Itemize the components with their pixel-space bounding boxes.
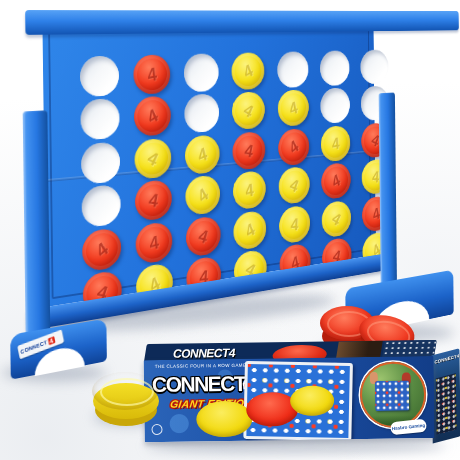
yellow-disc: 4 (232, 52, 265, 90)
yellow-disc: 4 (234, 210, 267, 251)
cell-r1c7[interactable] (355, 48, 394, 86)
yellow-disc: 4 (278, 166, 309, 205)
red-disc: 4 (321, 162, 351, 200)
disc-number-emboss: 4 (274, 86, 312, 131)
leg-label-connect: CONNECT (20, 339, 48, 355)
disc-number-emboss: 4 (274, 163, 314, 208)
cell-r4c1[interactable] (73, 182, 128, 231)
cell-r3c3[interactable]: 4 (178, 132, 227, 177)
cell-r4c6[interactable]: 4 (315, 160, 356, 202)
cell-r2c6[interactable] (314, 86, 355, 126)
cell-r2c4[interactable]: 4 (226, 90, 272, 132)
disc-number-emboss: 4 (132, 179, 174, 222)
disc-number-emboss: 4 (128, 132, 177, 184)
cell-r4c3[interactable]: 4 (178, 172, 227, 218)
cell-r1c3[interactable] (177, 51, 226, 94)
yellow-disc: 4 (279, 204, 310, 244)
empty-hole (79, 55, 118, 96)
cell-r5c3[interactable]: 4 (179, 213, 228, 260)
yellow-disc-top (92, 372, 158, 410)
box-front-face: THE CLASSIC FOUR IN A ROW GAME CONNECT4 … (144, 356, 435, 442)
cell-r3c5[interactable]: 4 (272, 126, 316, 168)
empty-hole (81, 184, 120, 228)
disc-number-emboss: 4 (181, 130, 223, 179)
leg-label: CONNECT4 (17, 329, 64, 359)
disc-number-emboss: 4 (278, 206, 311, 243)
cell-r4c5[interactable]: 4 (272, 164, 316, 207)
yellow-disc: 4 (185, 134, 220, 175)
cell-r1c6[interactable] (314, 49, 355, 88)
box-top-photo (336, 341, 383, 359)
empty-hole (320, 88, 350, 125)
yellow-disc-stack (92, 372, 160, 428)
disc-number-emboss: 4 (131, 52, 173, 97)
disc-number-emboss: 4 (227, 86, 271, 136)
logo-connect-text: CONNECT (152, 372, 246, 396)
yellow-disc: 4 (134, 138, 171, 180)
cell-r5c5[interactable]: 4 (273, 202, 317, 246)
cell-r3c1[interactable] (73, 139, 128, 187)
yellow-disc: 4 (185, 175, 220, 216)
yellow-disc: 4 (233, 170, 266, 210)
cell-r1c1[interactable] (72, 54, 127, 99)
box-end-board-art (436, 373, 457, 434)
cell-r1c4[interactable]: 4 (225, 50, 271, 91)
cell-r4c2[interactable]: 4 (127, 177, 179, 225)
red-disc: 4 (233, 131, 266, 170)
disc-number-emboss: 4 (230, 129, 268, 171)
yellow-disc: 4 (277, 89, 308, 127)
red-disc: 4 (82, 227, 121, 272)
empty-hole (320, 50, 350, 86)
red-disc: 4 (278, 128, 309, 166)
empty-hole (81, 141, 120, 184)
cell-r2c3[interactable] (177, 92, 226, 136)
board-right-post (379, 92, 397, 304)
red-disc: 4 (135, 221, 172, 265)
red-disc: 4 (133, 54, 170, 94)
cell-r3c2[interactable]: 4 (127, 136, 179, 182)
cell-r4c4[interactable]: 4 (227, 168, 273, 213)
empty-hole (184, 53, 219, 92)
yellow-disc: 4 (232, 91, 265, 130)
cell-r2c1[interactable] (72, 96, 127, 143)
yellow-disc: 4 (321, 125, 351, 162)
board-top-bar (25, 10, 459, 35)
board-left-post (23, 110, 51, 336)
cell-r2c2[interactable]: 4 (126, 94, 178, 139)
empty-hole (80, 98, 119, 140)
cell-r5c2[interactable]: 4 (128, 218, 179, 267)
cell-r5c6[interactable]: 4 (316, 197, 357, 240)
empty-hole (184, 94, 219, 134)
disc-number-emboss: 4 (134, 219, 174, 266)
cell-r2c5[interactable]: 4 (271, 88, 315, 129)
cell-r3c6[interactable]: 4 (315, 123, 356, 164)
disc-number-emboss: 4 (320, 124, 352, 164)
photo-mini-board (375, 380, 409, 410)
cell-r5c4[interactable]: 4 (227, 207, 273, 253)
red-disc: 4 (186, 215, 221, 257)
empty-hole (277, 51, 308, 88)
disc-number-emboss: 4 (227, 46, 270, 96)
red-disc: 4 (134, 96, 171, 137)
box-top-board-art (382, 340, 437, 358)
box-end-face: CONNECT4 (432, 348, 460, 443)
leg-label-four: 4 (47, 336, 55, 345)
cell-r3c4[interactable]: 4 (226, 129, 272, 173)
box-lifestyle-photo (360, 361, 427, 428)
disc-number-emboss: 4 (181, 213, 225, 260)
yellow-disc: 4 (322, 200, 352, 239)
cell-r1c2[interactable]: 4 (126, 52, 178, 96)
empty-hole (360, 49, 388, 84)
game-box: CONNECT4 CONNECT4 THE CLASSIC FOUR IN A … (135, 328, 460, 457)
product-photo-scene: CONNECT4 4444444444444444444444444444444… (0, 0, 460, 460)
red-disc: 4 (135, 179, 172, 222)
hasbro-gaming-logo: Hasbro Gaming (390, 419, 427, 436)
cell-r1c5[interactable] (271, 49, 315, 89)
box-end-logo: CONNECT4 (435, 353, 460, 365)
disc-number-emboss: 4 (232, 169, 268, 212)
